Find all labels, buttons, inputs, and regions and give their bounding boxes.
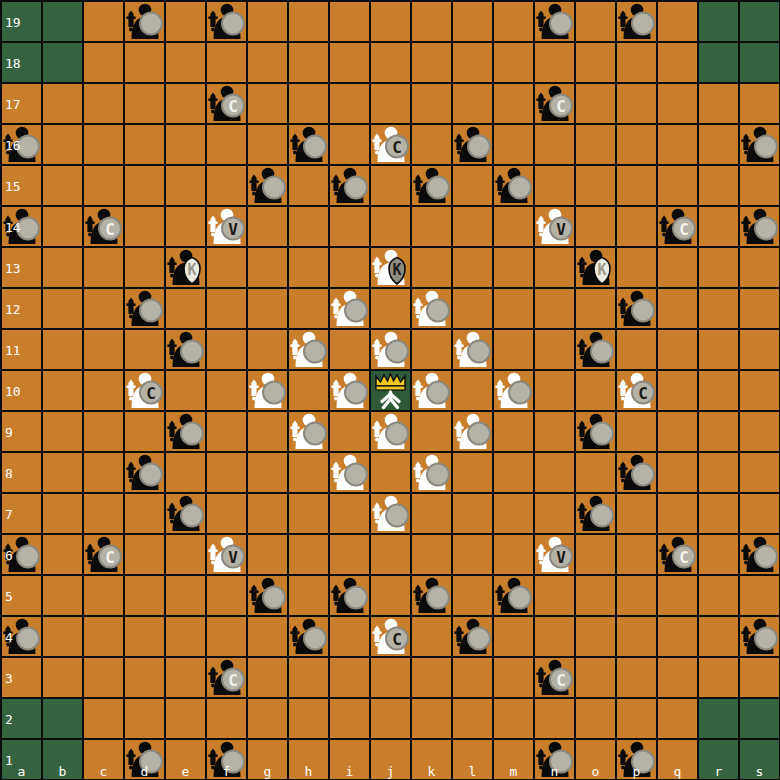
square-d17[interactable] bbox=[125, 84, 164, 123]
square-n13[interactable] bbox=[535, 248, 574, 287]
square-b8[interactable] bbox=[43, 453, 82, 492]
square-g11[interactable] bbox=[248, 330, 287, 369]
square-c17[interactable] bbox=[84, 84, 123, 123]
square-m4[interactable] bbox=[494, 617, 533, 656]
black-warrior-piece[interactable] bbox=[288, 616, 329, 657]
square-r11[interactable] bbox=[699, 330, 738, 369]
square-h8[interactable] bbox=[289, 453, 328, 492]
square-g5[interactable] bbox=[248, 576, 287, 615]
square-j6[interactable] bbox=[371, 535, 410, 574]
square-d10[interactable]: C bbox=[125, 371, 164, 410]
white-warrior-piece[interactable] bbox=[452, 411, 493, 452]
square-d18[interactable] bbox=[125, 43, 164, 82]
square-e17[interactable] bbox=[166, 84, 205, 123]
square-l17[interactable] bbox=[453, 84, 492, 123]
square-a5[interactable]: 5 bbox=[2, 576, 41, 615]
square-c2[interactable] bbox=[84, 699, 123, 738]
square-e13[interactable]: K bbox=[166, 248, 205, 287]
square-h12[interactable] bbox=[289, 289, 328, 328]
square-n9[interactable] bbox=[535, 412, 574, 451]
square-f16[interactable] bbox=[207, 125, 246, 164]
square-r1[interactable]: r bbox=[699, 740, 738, 779]
square-i11[interactable] bbox=[330, 330, 369, 369]
square-o4[interactable] bbox=[576, 617, 615, 656]
square-r4[interactable] bbox=[699, 617, 738, 656]
black-warrior-piece[interactable] bbox=[616, 288, 657, 329]
square-j3[interactable] bbox=[371, 658, 410, 697]
square-o18[interactable] bbox=[576, 43, 615, 82]
square-a19[interactable]: 19 bbox=[2, 2, 41, 41]
square-r19[interactable] bbox=[699, 2, 738, 41]
square-e5[interactable] bbox=[166, 576, 205, 615]
square-p19[interactable] bbox=[617, 2, 656, 41]
square-b14[interactable] bbox=[43, 207, 82, 246]
square-j1[interactable]: j bbox=[371, 740, 410, 779]
square-j8[interactable] bbox=[371, 453, 410, 492]
square-a18[interactable]: 18 bbox=[2, 43, 41, 82]
square-d9[interactable] bbox=[125, 412, 164, 451]
black-warrior-piece[interactable] bbox=[739, 616, 780, 657]
square-f11[interactable] bbox=[207, 330, 246, 369]
square-f9[interactable] bbox=[207, 412, 246, 451]
black-warrior-piece[interactable] bbox=[288, 124, 329, 165]
square-l10[interactable] bbox=[453, 371, 492, 410]
square-i6[interactable] bbox=[330, 535, 369, 574]
black-warrior-piece[interactable] bbox=[616, 452, 657, 493]
square-g10[interactable] bbox=[248, 371, 287, 410]
square-q6[interactable]: C bbox=[658, 535, 697, 574]
square-p10[interactable]: C bbox=[617, 371, 656, 410]
square-b13[interactable] bbox=[43, 248, 82, 287]
square-r15[interactable] bbox=[699, 166, 738, 205]
square-l19[interactable] bbox=[453, 2, 492, 41]
black-warrior-piece[interactable] bbox=[493, 165, 534, 206]
square-o8[interactable] bbox=[576, 453, 615, 492]
square-g15[interactable] bbox=[248, 166, 287, 205]
square-o12[interactable] bbox=[576, 289, 615, 328]
black-warrior-piece[interactable] bbox=[739, 534, 780, 575]
square-l5[interactable] bbox=[453, 576, 492, 615]
square-i1[interactable]: i bbox=[330, 740, 369, 779]
square-r17[interactable] bbox=[699, 84, 738, 123]
square-p11[interactable] bbox=[617, 330, 656, 369]
square-b2[interactable] bbox=[43, 699, 82, 738]
square-i19[interactable] bbox=[330, 2, 369, 41]
black-commander-piece[interactable]: C bbox=[534, 83, 575, 124]
square-k13[interactable] bbox=[412, 248, 451, 287]
square-c4[interactable] bbox=[84, 617, 123, 656]
square-k16[interactable] bbox=[412, 125, 451, 164]
square-b10[interactable] bbox=[43, 371, 82, 410]
square-g4[interactable] bbox=[248, 617, 287, 656]
square-e2[interactable] bbox=[166, 699, 205, 738]
square-g1[interactable]: g bbox=[248, 740, 287, 779]
square-h6[interactable] bbox=[289, 535, 328, 574]
square-g14[interactable] bbox=[248, 207, 287, 246]
square-c10[interactable] bbox=[84, 371, 123, 410]
square-a12[interactable]: 12 bbox=[2, 289, 41, 328]
square-i3[interactable] bbox=[330, 658, 369, 697]
square-c8[interactable] bbox=[84, 453, 123, 492]
square-s12[interactable] bbox=[740, 289, 779, 328]
square-e10[interactable] bbox=[166, 371, 205, 410]
square-f13[interactable] bbox=[207, 248, 246, 287]
square-h2[interactable] bbox=[289, 699, 328, 738]
square-d12[interactable] bbox=[125, 289, 164, 328]
square-l8[interactable] bbox=[453, 453, 492, 492]
square-i15[interactable] bbox=[330, 166, 369, 205]
square-c13[interactable] bbox=[84, 248, 123, 287]
square-l4[interactable] bbox=[453, 617, 492, 656]
square-i12[interactable] bbox=[330, 289, 369, 328]
square-m13[interactable] bbox=[494, 248, 533, 287]
square-s4[interactable] bbox=[740, 617, 779, 656]
square-n5[interactable] bbox=[535, 576, 574, 615]
square-q5[interactable] bbox=[658, 576, 697, 615]
square-j12[interactable] bbox=[371, 289, 410, 328]
square-s14[interactable] bbox=[740, 207, 779, 246]
white-warrior-piece[interactable] bbox=[493, 370, 534, 411]
square-g13[interactable] bbox=[248, 248, 287, 287]
square-l14[interactable] bbox=[453, 207, 492, 246]
square-p8[interactable] bbox=[617, 453, 656, 492]
square-n10[interactable] bbox=[535, 371, 574, 410]
square-s13[interactable] bbox=[740, 248, 779, 287]
square-s2[interactable] bbox=[740, 699, 779, 738]
square-k5[interactable] bbox=[412, 576, 451, 615]
square-d7[interactable] bbox=[125, 494, 164, 533]
black-warrior-piece[interactable] bbox=[575, 329, 616, 370]
square-h14[interactable] bbox=[289, 207, 328, 246]
square-n6[interactable]: V bbox=[535, 535, 574, 574]
square-r9[interactable] bbox=[699, 412, 738, 451]
square-a17[interactable]: 17 bbox=[2, 84, 41, 123]
square-c1[interactable]: c bbox=[84, 740, 123, 779]
square-r2[interactable] bbox=[699, 699, 738, 738]
square-h11[interactable] bbox=[289, 330, 328, 369]
square-e3[interactable] bbox=[166, 658, 205, 697]
square-f5[interactable] bbox=[207, 576, 246, 615]
square-h7[interactable] bbox=[289, 494, 328, 533]
black-warrior-piece[interactable] bbox=[739, 206, 780, 247]
white-elite-piece[interactable]: V bbox=[206, 534, 247, 575]
square-k10[interactable] bbox=[412, 371, 451, 410]
black-warrior-piece[interactable] bbox=[165, 329, 206, 370]
square-n17[interactable]: C bbox=[535, 84, 574, 123]
square-d16[interactable] bbox=[125, 125, 164, 164]
square-g9[interactable] bbox=[248, 412, 287, 451]
square-e18[interactable] bbox=[166, 43, 205, 82]
square-p1[interactable]: p bbox=[617, 740, 656, 779]
square-r6[interactable] bbox=[699, 535, 738, 574]
black-warrior-piece[interactable] bbox=[575, 411, 616, 452]
square-e4[interactable] bbox=[166, 617, 205, 656]
square-q12[interactable] bbox=[658, 289, 697, 328]
square-j2[interactable] bbox=[371, 699, 410, 738]
square-i10[interactable] bbox=[330, 371, 369, 410]
square-f19[interactable] bbox=[207, 2, 246, 41]
black-warrior-piece[interactable] bbox=[329, 165, 370, 206]
square-f7[interactable] bbox=[207, 494, 246, 533]
square-d8[interactable] bbox=[125, 453, 164, 492]
square-n3[interactable]: C bbox=[535, 658, 574, 697]
white-elite-piece[interactable]: V bbox=[534, 534, 575, 575]
black-warrior-piece[interactable] bbox=[329, 575, 370, 616]
square-r12[interactable] bbox=[699, 289, 738, 328]
square-a10[interactable]: 10 bbox=[2, 371, 41, 410]
square-c19[interactable] bbox=[84, 2, 123, 41]
square-o16[interactable] bbox=[576, 125, 615, 164]
square-g19[interactable] bbox=[248, 2, 287, 41]
square-q13[interactable] bbox=[658, 248, 697, 287]
square-q8[interactable] bbox=[658, 453, 697, 492]
square-m7[interactable] bbox=[494, 494, 533, 533]
square-k15[interactable] bbox=[412, 166, 451, 205]
square-k9[interactable] bbox=[412, 412, 451, 451]
square-q19[interactable] bbox=[658, 2, 697, 41]
white-warrior-piece[interactable] bbox=[411, 452, 452, 493]
black-knight-piece[interactable]: K bbox=[575, 247, 616, 288]
square-k4[interactable] bbox=[412, 617, 451, 656]
square-d2[interactable] bbox=[125, 699, 164, 738]
square-p4[interactable] bbox=[617, 617, 656, 656]
square-a15[interactable]: 15 bbox=[2, 166, 41, 205]
square-j5[interactable] bbox=[371, 576, 410, 615]
square-m1[interactable]: m bbox=[494, 740, 533, 779]
square-q2[interactable] bbox=[658, 699, 697, 738]
square-i9[interactable] bbox=[330, 412, 369, 451]
square-s8[interactable] bbox=[740, 453, 779, 492]
square-p18[interactable] bbox=[617, 43, 656, 82]
square-p17[interactable] bbox=[617, 84, 656, 123]
square-f1[interactable]: f bbox=[207, 740, 246, 779]
square-o9[interactable] bbox=[576, 412, 615, 451]
square-c11[interactable] bbox=[84, 330, 123, 369]
square-i2[interactable] bbox=[330, 699, 369, 738]
square-q16[interactable] bbox=[658, 125, 697, 164]
square-l11[interactable] bbox=[453, 330, 492, 369]
square-s1[interactable]: s bbox=[740, 740, 779, 779]
square-k3[interactable] bbox=[412, 658, 451, 697]
square-o14[interactable] bbox=[576, 207, 615, 246]
square-n14[interactable]: V bbox=[535, 207, 574, 246]
square-j13[interactable]: K bbox=[371, 248, 410, 287]
black-warrior-piece[interactable] bbox=[452, 124, 493, 165]
square-f10[interactable] bbox=[207, 371, 246, 410]
square-s5[interactable] bbox=[740, 576, 779, 615]
square-s3[interactable] bbox=[740, 658, 779, 697]
square-p3[interactable] bbox=[617, 658, 656, 697]
white-elite-piece[interactable]: V bbox=[534, 206, 575, 247]
square-m2[interactable] bbox=[494, 699, 533, 738]
square-b9[interactable] bbox=[43, 412, 82, 451]
white-warrior-piece[interactable] bbox=[370, 493, 411, 534]
white-warrior-piece[interactable] bbox=[411, 370, 452, 411]
square-h13[interactable] bbox=[289, 248, 328, 287]
square-o6[interactable] bbox=[576, 535, 615, 574]
square-c9[interactable] bbox=[84, 412, 123, 451]
square-i16[interactable] bbox=[330, 125, 369, 164]
black-commander-piece[interactable]: C bbox=[534, 657, 575, 698]
square-k2[interactable] bbox=[412, 699, 451, 738]
square-k14[interactable] bbox=[412, 207, 451, 246]
square-p6[interactable] bbox=[617, 535, 656, 574]
square-d14[interactable] bbox=[125, 207, 164, 246]
square-r18[interactable] bbox=[699, 43, 738, 82]
square-d5[interactable] bbox=[125, 576, 164, 615]
square-h19[interactable] bbox=[289, 2, 328, 41]
square-c14[interactable]: C bbox=[84, 207, 123, 246]
square-q3[interactable] bbox=[658, 658, 697, 697]
square-s18[interactable] bbox=[740, 43, 779, 82]
square-s19[interactable] bbox=[740, 2, 779, 41]
square-j9[interactable] bbox=[371, 412, 410, 451]
square-d13[interactable] bbox=[125, 248, 164, 287]
square-i14[interactable] bbox=[330, 207, 369, 246]
square-b4[interactable] bbox=[43, 617, 82, 656]
square-m10[interactable] bbox=[494, 371, 533, 410]
square-f17[interactable]: C bbox=[207, 84, 246, 123]
square-k12[interactable] bbox=[412, 289, 451, 328]
square-e16[interactable] bbox=[166, 125, 205, 164]
black-warrior-piece[interactable] bbox=[534, 1, 575, 42]
square-h10[interactable] bbox=[289, 371, 328, 410]
black-warrior-piece[interactable] bbox=[616, 1, 657, 42]
square-o1[interactable]: o bbox=[576, 740, 615, 779]
square-i18[interactable] bbox=[330, 43, 369, 82]
square-h15[interactable] bbox=[289, 166, 328, 205]
square-j18[interactable] bbox=[371, 43, 410, 82]
square-n19[interactable] bbox=[535, 2, 574, 41]
white-warrior-piece[interactable] bbox=[370, 411, 411, 452]
square-d3[interactable] bbox=[125, 658, 164, 697]
square-e14[interactable] bbox=[166, 207, 205, 246]
white-warrior-piece[interactable] bbox=[411, 288, 452, 329]
square-e9[interactable] bbox=[166, 412, 205, 451]
square-l1[interactable]: l bbox=[453, 740, 492, 779]
square-a7[interactable]: 7 bbox=[2, 494, 41, 533]
square-i5[interactable] bbox=[330, 576, 369, 615]
square-g7[interactable] bbox=[248, 494, 287, 533]
square-e6[interactable] bbox=[166, 535, 205, 574]
square-a13[interactable]: 13 bbox=[2, 248, 41, 287]
square-s15[interactable] bbox=[740, 166, 779, 205]
white-warrior-piece[interactable] bbox=[329, 452, 370, 493]
white-warrior-piece[interactable] bbox=[247, 370, 288, 411]
square-l9[interactable] bbox=[453, 412, 492, 451]
square-p14[interactable] bbox=[617, 207, 656, 246]
square-f18[interactable] bbox=[207, 43, 246, 82]
square-q15[interactable] bbox=[658, 166, 697, 205]
square-q11[interactable] bbox=[658, 330, 697, 369]
square-b7[interactable] bbox=[43, 494, 82, 533]
square-s17[interactable] bbox=[740, 84, 779, 123]
square-b15[interactable] bbox=[43, 166, 82, 205]
square-b12[interactable] bbox=[43, 289, 82, 328]
square-b3[interactable] bbox=[43, 658, 82, 697]
square-j14[interactable] bbox=[371, 207, 410, 246]
square-n4[interactable] bbox=[535, 617, 574, 656]
square-l2[interactable] bbox=[453, 699, 492, 738]
square-l3[interactable] bbox=[453, 658, 492, 697]
square-a4[interactable]: 4 bbox=[2, 617, 41, 656]
square-q4[interactable] bbox=[658, 617, 697, 656]
black-warrior-piece[interactable] bbox=[165, 493, 206, 534]
square-l7[interactable] bbox=[453, 494, 492, 533]
black-commander-piece[interactable]: C bbox=[83, 534, 124, 575]
square-b1[interactable]: b bbox=[43, 740, 82, 779]
square-a1[interactable]: 1a bbox=[2, 740, 41, 779]
white-warrior-piece[interactable] bbox=[288, 329, 329, 370]
square-p13[interactable] bbox=[617, 248, 656, 287]
square-g6[interactable] bbox=[248, 535, 287, 574]
square-b18[interactable] bbox=[43, 43, 82, 82]
square-a2[interactable]: 2 bbox=[2, 699, 41, 738]
square-b6[interactable] bbox=[43, 535, 82, 574]
square-b16[interactable] bbox=[43, 125, 82, 164]
square-j11[interactable] bbox=[371, 330, 410, 369]
square-j16[interactable]: C bbox=[371, 125, 410, 164]
square-k1[interactable]: k bbox=[412, 740, 451, 779]
square-l12[interactable] bbox=[453, 289, 492, 328]
square-p16[interactable] bbox=[617, 125, 656, 164]
square-d1[interactable]: d bbox=[125, 740, 164, 779]
square-b17[interactable] bbox=[43, 84, 82, 123]
square-k7[interactable] bbox=[412, 494, 451, 533]
square-m3[interactable] bbox=[494, 658, 533, 697]
square-a14[interactable]: 14 bbox=[2, 207, 41, 246]
square-f14[interactable]: V bbox=[207, 207, 246, 246]
square-q17[interactable] bbox=[658, 84, 697, 123]
square-l15[interactable] bbox=[453, 166, 492, 205]
square-c18[interactable] bbox=[84, 43, 123, 82]
square-f4[interactable] bbox=[207, 617, 246, 656]
black-warrior-piece[interactable] bbox=[206, 1, 247, 42]
square-a3[interactable]: 3 bbox=[2, 658, 41, 697]
square-m17[interactable] bbox=[494, 84, 533, 123]
square-n18[interactable] bbox=[535, 43, 574, 82]
square-i8[interactable] bbox=[330, 453, 369, 492]
square-b11[interactable] bbox=[43, 330, 82, 369]
square-d11[interactable] bbox=[125, 330, 164, 369]
white-warrior-piece[interactable] bbox=[329, 370, 370, 411]
white-elite-piece[interactable]: V bbox=[206, 206, 247, 247]
square-o5[interactable] bbox=[576, 576, 615, 615]
square-g16[interactable] bbox=[248, 125, 287, 164]
square-n2[interactable] bbox=[535, 699, 574, 738]
black-warrior-piece[interactable] bbox=[739, 124, 780, 165]
square-m16[interactable] bbox=[494, 125, 533, 164]
square-p2[interactable] bbox=[617, 699, 656, 738]
square-n16[interactable] bbox=[535, 125, 574, 164]
square-e12[interactable] bbox=[166, 289, 205, 328]
square-n15[interactable] bbox=[535, 166, 574, 205]
square-p12[interactable] bbox=[617, 289, 656, 328]
square-f15[interactable] bbox=[207, 166, 246, 205]
square-j15[interactable] bbox=[371, 166, 410, 205]
square-l6[interactable] bbox=[453, 535, 492, 574]
square-s6[interactable] bbox=[740, 535, 779, 574]
square-o17[interactable] bbox=[576, 84, 615, 123]
square-c16[interactable] bbox=[84, 125, 123, 164]
black-warrior-piece[interactable] bbox=[124, 1, 165, 42]
square-h18[interactable] bbox=[289, 43, 328, 82]
square-i7[interactable] bbox=[330, 494, 369, 533]
white-warrior-piece[interactable] bbox=[370, 329, 411, 370]
square-k18[interactable] bbox=[412, 43, 451, 82]
square-o10[interactable] bbox=[576, 371, 615, 410]
square-q10[interactable] bbox=[658, 371, 697, 410]
